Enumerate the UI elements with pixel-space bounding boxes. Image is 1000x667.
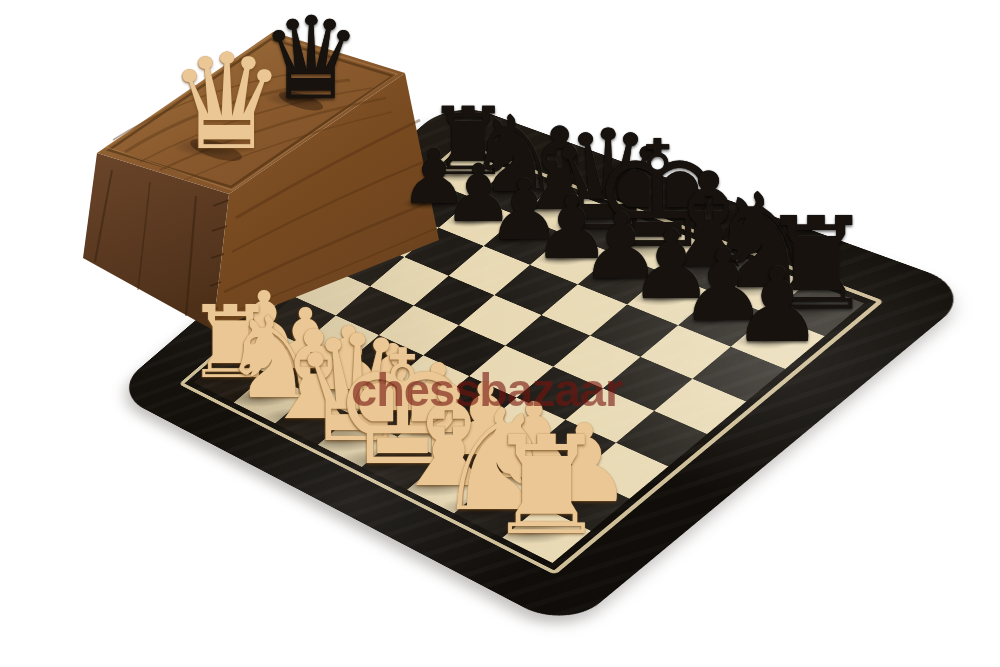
piece-shadow [170,136,252,158]
box-lid-rim [109,39,393,187]
board-grid [194,152,864,563]
box-left-face [83,153,229,330]
piece-extra-black-queen: ♛ [260,2,362,116]
product-photo-scene: ♜♞♝♛♚♝♞♜♟♟♟♟♟♟♟♟♟♟♟♟♟♟♟♟♜♞♝♛♚♝♞♜♛♛ chess… [0,0,1000,667]
piece-extra-white-queen: ♛ [168,36,286,168]
chess-board [112,100,977,630]
white-queen-shadow [188,134,244,165]
box-lid-top [97,32,405,194]
black-queen-shadow [277,88,325,115]
piece-shadow [262,88,333,107]
box-lid-rim-highlight [106,35,397,190]
box-wood-grain-left [95,170,196,316]
box-wood-grain [113,70,392,180]
